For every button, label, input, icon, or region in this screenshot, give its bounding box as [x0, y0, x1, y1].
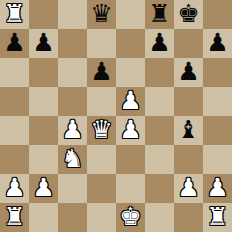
- square-h5[interactable]: [203, 87, 232, 116]
- square-c1[interactable]: [58, 203, 87, 232]
- chess-board: ♜♛♜♚♟♟♟♟♟♟♟♟♛♟♝♞♟♟♟♟♜♚♜: [0, 0, 232, 232]
- square-a8[interactable]: ♜: [0, 0, 29, 29]
- black-pawn-d6[interactable]: ♟: [90, 58, 112, 86]
- black-pawn-h7[interactable]: ♟: [206, 29, 228, 57]
- square-f8[interactable]: ♜: [145, 0, 174, 29]
- square-f2[interactable]: [145, 174, 174, 203]
- square-e3[interactable]: [116, 145, 145, 174]
- square-d5[interactable]: [87, 87, 116, 116]
- square-h6[interactable]: [203, 58, 232, 87]
- white-rook-h1[interactable]: ♜: [206, 203, 228, 231]
- square-g7[interactable]: [174, 29, 203, 58]
- white-pawn-b2[interactable]: ♟: [32, 174, 54, 202]
- square-a4[interactable]: [0, 116, 29, 145]
- square-g6[interactable]: ♟: [174, 58, 203, 87]
- square-c6[interactable]: [58, 58, 87, 87]
- white-pawn-e4[interactable]: ♟: [119, 116, 141, 144]
- square-d1[interactable]: [87, 203, 116, 232]
- black-pawn-a7[interactable]: ♟: [3, 29, 25, 57]
- square-h8[interactable]: [203, 0, 232, 29]
- white-knight-c3[interactable]: ♞: [61, 145, 83, 173]
- square-c7[interactable]: [58, 29, 87, 58]
- square-a7[interactable]: ♟: [0, 29, 29, 58]
- square-c3[interactable]: ♞: [58, 145, 87, 174]
- square-e4[interactable]: ♟: [116, 116, 145, 145]
- square-d3[interactable]: [87, 145, 116, 174]
- square-c4[interactable]: ♟: [58, 116, 87, 145]
- white-queen-d4[interactable]: ♛: [90, 116, 112, 144]
- square-e1[interactable]: ♚: [116, 203, 145, 232]
- white-pawn-a2[interactable]: ♟: [3, 174, 25, 202]
- white-pawn-g2[interactable]: ♟: [177, 174, 199, 202]
- square-c5[interactable]: [58, 87, 87, 116]
- square-h1[interactable]: ♜: [203, 203, 232, 232]
- square-d7[interactable]: [87, 29, 116, 58]
- black-bishop-g4[interactable]: ♝: [177, 116, 199, 144]
- square-b1[interactable]: [29, 203, 58, 232]
- square-g3[interactable]: [174, 145, 203, 174]
- square-a6[interactable]: [0, 58, 29, 87]
- square-e5[interactable]: ♟: [116, 87, 145, 116]
- square-a1[interactable]: ♜: [0, 203, 29, 232]
- square-f4[interactable]: [145, 116, 174, 145]
- square-a3[interactable]: [0, 145, 29, 174]
- square-d2[interactable]: [87, 174, 116, 203]
- square-b7[interactable]: ♟: [29, 29, 58, 58]
- square-g5[interactable]: [174, 87, 203, 116]
- square-d6[interactable]: ♟: [87, 58, 116, 87]
- white-rook-a1[interactable]: ♜: [3, 203, 25, 231]
- square-b2[interactable]: ♟: [29, 174, 58, 203]
- square-f3[interactable]: [145, 145, 174, 174]
- square-f5[interactable]: [145, 87, 174, 116]
- black-pawn-f7[interactable]: ♟: [148, 29, 170, 57]
- square-e6[interactable]: [116, 58, 145, 87]
- white-pawn-c4[interactable]: ♟: [61, 116, 83, 144]
- white-pawn-e5[interactable]: ♟: [119, 87, 141, 115]
- square-e7[interactable]: [116, 29, 145, 58]
- square-g2[interactable]: ♟: [174, 174, 203, 203]
- white-pawn-h2[interactable]: ♟: [206, 174, 228, 202]
- white-king-e1[interactable]: ♚: [119, 203, 141, 231]
- square-f7[interactable]: ♟: [145, 29, 174, 58]
- square-b8[interactable]: [29, 0, 58, 29]
- square-e8[interactable]: [116, 0, 145, 29]
- square-b4[interactable]: [29, 116, 58, 145]
- square-h2[interactable]: ♟: [203, 174, 232, 203]
- square-g1[interactable]: [174, 203, 203, 232]
- square-g4[interactable]: ♝: [174, 116, 203, 145]
- square-b5[interactable]: [29, 87, 58, 116]
- square-d4[interactable]: ♛: [87, 116, 116, 145]
- square-d8[interactable]: ♛: [87, 0, 116, 29]
- square-h4[interactable]: [203, 116, 232, 145]
- black-pawn-g6[interactable]: ♟: [177, 58, 199, 86]
- black-queen-d8[interactable]: ♛: [90, 0, 112, 28]
- square-c8[interactable]: [58, 0, 87, 29]
- black-rook-f8[interactable]: ♜: [148, 0, 170, 28]
- square-c2[interactable]: [58, 174, 87, 203]
- square-a2[interactable]: ♟: [0, 174, 29, 203]
- black-king-g8[interactable]: ♚: [177, 0, 199, 28]
- square-f1[interactable]: [145, 203, 174, 232]
- white-rook-a8[interactable]: ♜: [3, 0, 25, 28]
- square-e2[interactable]: [116, 174, 145, 203]
- square-a5[interactable]: [0, 87, 29, 116]
- square-b6[interactable]: [29, 58, 58, 87]
- square-b3[interactable]: [29, 145, 58, 174]
- square-h7[interactable]: ♟: [203, 29, 232, 58]
- black-pawn-b7[interactable]: ♟: [32, 29, 54, 57]
- square-h3[interactable]: [203, 145, 232, 174]
- square-g8[interactable]: ♚: [174, 0, 203, 29]
- square-f6[interactable]: [145, 58, 174, 87]
